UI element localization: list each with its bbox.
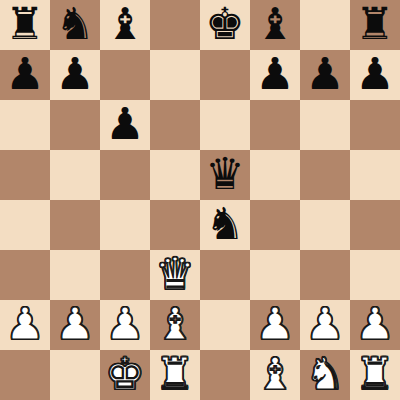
piece-white-pawn[interactable]: ♟ [255, 302, 294, 346]
square-e1[interactable] [200, 350, 250, 400]
square-d8[interactable] [150, 0, 200, 50]
chess-board: ♜♞♝♚♝♜♟♟♟♟♟♟♛♞♛♟♟♟♝♟♟♟♚♜♝♞♜ [0, 0, 400, 400]
piece-black-king[interactable]: ♚ [205, 2, 244, 46]
square-d6[interactable] [150, 100, 200, 150]
square-b2[interactable]: ♟ [50, 300, 100, 350]
square-c3[interactable] [100, 250, 150, 300]
square-d3[interactable]: ♛ [150, 250, 200, 300]
piece-black-bishop[interactable]: ♝ [105, 2, 144, 46]
square-h6[interactable] [350, 100, 400, 150]
piece-black-knight[interactable]: ♞ [205, 202, 244, 246]
square-f7[interactable]: ♟ [250, 50, 300, 100]
square-g2[interactable]: ♟ [300, 300, 350, 350]
square-h7[interactable]: ♟ [350, 50, 400, 100]
piece-black-knight[interactable]: ♞ [55, 2, 94, 46]
piece-white-pawn[interactable]: ♟ [55, 302, 94, 346]
piece-white-pawn[interactable]: ♟ [5, 302, 44, 346]
square-e6[interactable] [200, 100, 250, 150]
square-c1[interactable]: ♚ [100, 350, 150, 400]
square-a8[interactable]: ♜ [0, 0, 50, 50]
square-d2[interactable]: ♝ [150, 300, 200, 350]
piece-black-pawn[interactable]: ♟ [55, 52, 94, 96]
square-b6[interactable] [50, 100, 100, 150]
square-d5[interactable] [150, 150, 200, 200]
square-c8[interactable]: ♝ [100, 0, 150, 50]
square-b7[interactable]: ♟ [50, 50, 100, 100]
square-a4[interactable] [0, 200, 50, 250]
square-g1[interactable]: ♞ [300, 350, 350, 400]
square-a6[interactable] [0, 100, 50, 150]
square-c2[interactable]: ♟ [100, 300, 150, 350]
piece-white-bishop[interactable]: ♝ [155, 302, 194, 346]
square-e8[interactable]: ♚ [200, 0, 250, 50]
square-f1[interactable]: ♝ [250, 350, 300, 400]
square-c6[interactable]: ♟ [100, 100, 150, 150]
square-b4[interactable] [50, 200, 100, 250]
square-f6[interactable] [250, 100, 300, 150]
piece-white-pawn[interactable]: ♟ [305, 302, 344, 346]
piece-black-pawn[interactable]: ♟ [255, 52, 294, 96]
piece-white-pawn[interactable]: ♟ [105, 302, 144, 346]
square-a5[interactable] [0, 150, 50, 200]
square-g7[interactable]: ♟ [300, 50, 350, 100]
square-h3[interactable] [350, 250, 400, 300]
square-g8[interactable] [300, 0, 350, 50]
piece-white-king[interactable]: ♚ [105, 352, 144, 396]
square-d1[interactable]: ♜ [150, 350, 200, 400]
square-a2[interactable]: ♟ [0, 300, 50, 350]
square-h2[interactable]: ♟ [350, 300, 400, 350]
square-h4[interactable] [350, 200, 400, 250]
square-g5[interactable] [300, 150, 350, 200]
square-h8[interactable]: ♜ [350, 0, 400, 50]
square-f2[interactable]: ♟ [250, 300, 300, 350]
square-e4[interactable]: ♞ [200, 200, 250, 250]
square-f5[interactable] [250, 150, 300, 200]
square-f3[interactable] [250, 250, 300, 300]
square-e2[interactable] [200, 300, 250, 350]
square-a7[interactable]: ♟ [0, 50, 50, 100]
piece-white-bishop[interactable]: ♝ [255, 352, 294, 396]
square-e5[interactable]: ♛ [200, 150, 250, 200]
piece-black-rook[interactable]: ♜ [5, 2, 44, 46]
square-d4[interactable] [150, 200, 200, 250]
piece-black-pawn[interactable]: ♟ [305, 52, 344, 96]
piece-black-pawn[interactable]: ♟ [355, 52, 394, 96]
square-a1[interactable] [0, 350, 50, 400]
square-a3[interactable] [0, 250, 50, 300]
square-c5[interactable] [100, 150, 150, 200]
square-e7[interactable] [200, 50, 250, 100]
square-g3[interactable] [300, 250, 350, 300]
square-f8[interactable]: ♝ [250, 0, 300, 50]
square-h5[interactable] [350, 150, 400, 200]
piece-white-rook[interactable]: ♜ [155, 352, 194, 396]
piece-black-pawn[interactable]: ♟ [5, 52, 44, 96]
square-f4[interactable] [250, 200, 300, 250]
square-b5[interactable] [50, 150, 100, 200]
square-b1[interactable] [50, 350, 100, 400]
piece-white-rook[interactable]: ♜ [355, 352, 394, 396]
square-c7[interactable] [100, 50, 150, 100]
piece-white-pawn[interactable]: ♟ [355, 302, 394, 346]
square-c4[interactable] [100, 200, 150, 250]
square-h1[interactable]: ♜ [350, 350, 400, 400]
square-e3[interactable] [200, 250, 250, 300]
square-g4[interactable] [300, 200, 350, 250]
piece-white-queen[interactable]: ♛ [155, 252, 194, 296]
piece-white-knight[interactable]: ♞ [305, 352, 344, 396]
piece-black-queen[interactable]: ♛ [205, 152, 244, 196]
square-g6[interactable] [300, 100, 350, 150]
square-d7[interactable] [150, 50, 200, 100]
square-b8[interactable]: ♞ [50, 0, 100, 50]
square-b3[interactable] [50, 250, 100, 300]
piece-black-pawn[interactable]: ♟ [105, 102, 144, 146]
piece-black-rook[interactable]: ♜ [355, 2, 394, 46]
piece-black-bishop[interactable]: ♝ [255, 2, 294, 46]
